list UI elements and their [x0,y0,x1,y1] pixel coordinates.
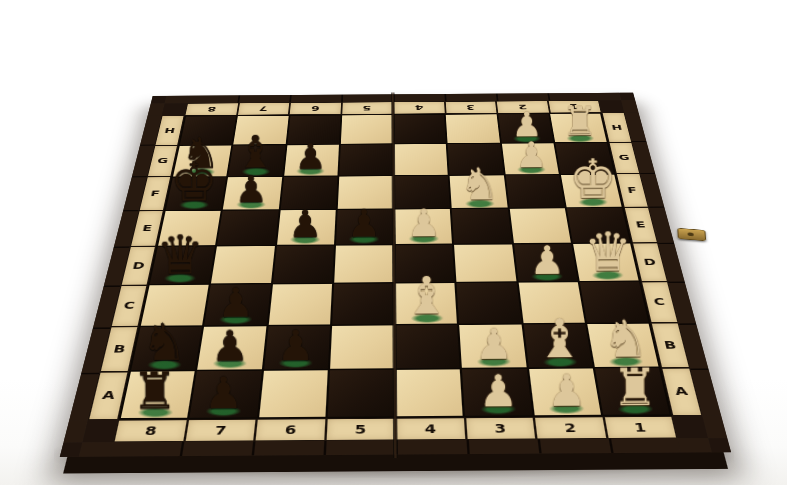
square-f8[interactable]: ♚ [165,177,226,210]
felt-base [179,201,208,210]
black-knight-b8[interactable]: ♞ [140,318,186,367]
white-pawn-a3[interactable]: ♟ [478,370,518,412]
white-pawn-a2[interactable]: ♟ [546,370,586,412]
felt-base [236,200,265,209]
square-c4[interactable]: ♝ [395,283,457,323]
black-pawn-f7[interactable]: ♟ [234,172,267,207]
square-h3[interactable] [445,114,499,143]
white-bishop-c4[interactable]: ♝ [402,272,448,321]
felt-base [408,234,438,243]
black-pawn-e6[interactable]: ♟ [288,206,322,242]
square-h4[interactable] [393,114,445,143]
felt-base [566,134,593,142]
felt-base [464,199,493,208]
rank-label-7: 7 [183,419,256,442]
black-pawn-g6[interactable]: ♟ [294,140,326,174]
felt-base [517,165,545,174]
chessboard-perspective-wrap: 87654321 HGFEDCBA ♟♜♞♝♟♟♚♟♞♚♟♟♟♛♟♛♟♝♞♟♟♟… [112,0,676,485]
square-d8[interactable]: ♛ [149,246,214,284]
felt-base [549,404,584,415]
felt-base [349,235,379,244]
square-a4[interactable] [395,369,462,416]
square-b7[interactable]: ♟ [197,326,266,370]
rank-label-7: 7 [236,102,289,115]
square-f7[interactable]: ♟ [223,176,282,209]
felt-base [296,167,324,176]
chessboard-3d: 87654321 HGFEDCBA ♟♜♞♝♟♟♚♟♞♚♟♟♟♛♟♛♟♝♞♟♟♟… [59,92,730,456]
square-d3[interactable] [454,244,516,281]
rank-label-6: 6 [288,102,341,115]
rank-label-1: 1 [602,416,676,439]
felt-base [480,404,515,415]
square-d2[interactable]: ♟ [513,244,577,281]
felt-base [410,313,442,323]
rank-label-3: 3 [464,417,536,440]
felt-base [531,271,562,281]
white-pawn-d2[interactable]: ♟ [529,241,564,279]
square-a7[interactable]: ♟ [189,370,260,417]
brass-clasp-icon[interactable] [677,227,706,240]
white-pawn-g2[interactable]: ♟ [515,138,547,172]
square-f3[interactable]: ♞ [449,175,506,208]
square-f1[interactable]: ♚ [560,174,621,207]
rank-label-8: 8 [184,103,238,116]
white-knight-f3[interactable]: ♞ [459,163,499,205]
black-bishop-g7[interactable]: ♝ [235,131,275,174]
frame-corner [708,438,731,452]
square-c5[interactable] [331,283,393,323]
square-e5[interactable]: ♟ [335,209,392,244]
square-g6[interactable]: ♟ [283,145,338,176]
white-pawn-b3[interactable]: ♟ [474,324,512,364]
square-h5[interactable] [340,115,392,144]
label-corner [161,103,186,116]
white-king-f1[interactable]: ♚ [569,153,618,205]
square-d7[interactable] [211,246,274,284]
frame-front-edge [677,438,711,452]
rank-label-8: 8 [113,419,187,442]
square-a8[interactable]: ♜ [120,371,194,418]
square-d1[interactable]: ♛ [572,243,638,280]
frame-corner [619,92,635,100]
rank-label-2: 2 [533,416,606,439]
black-pawn-c7[interactable]: ♟ [217,283,254,322]
square-e6[interactable]: ♟ [276,210,335,245]
square-c6[interactable] [268,284,332,324]
square-e7[interactable] [217,210,278,245]
square-g5[interactable] [339,144,392,175]
rank-label-6: 6 [254,418,326,441]
felt-base [593,271,624,281]
black-pawn-e5[interactable]: ♟ [347,206,381,242]
white-bishop-b2[interactable]: ♝ [535,313,583,364]
white-rook-h1[interactable]: ♜ [562,102,598,140]
felt-base [290,235,320,244]
square-c3[interactable] [456,283,520,323]
square-a3[interactable]: ♟ [462,368,532,415]
rank-label-4: 4 [393,101,445,114]
felt-base [137,407,172,418]
frame-back-edge [597,93,621,101]
white-knight-b1[interactable]: ♞ [602,315,648,364]
felt-base [205,406,240,417]
frame-corner [150,96,166,104]
board-face: 87654321 HGFEDCBA ♟♜♞♝♟♟♚♟♞♚♟♟♟♛♟♛♟♝♞♟♟♟… [59,92,730,456]
rank-label-5: 5 [324,418,395,441]
felt-base [579,198,608,207]
black-queen-d8[interactable]: ♛ [155,230,204,281]
label-corner [82,420,118,443]
rank-label-4: 4 [395,417,466,440]
photo-stage: 87654321 HGFEDCBA ♟♜♞♝♟♟♚♟♞♚♟♟♟♛♟♛♟♝♞♟♟♟… [0,0,787,485]
square-b2[interactable]: ♝ [523,323,592,366]
frame-back-edge [164,96,188,104]
white-pawn-e4[interactable]: ♟ [406,205,440,241]
square-a1[interactable]: ♜ [594,368,669,415]
white-rook-a1[interactable]: ♜ [612,363,658,412]
board-grid: ♟♜♞♝♟♟♚♟♞♚♟♟♟♛♟♛♟♝♞♟♟♟♝♞♜♟♟♟♜ [118,112,672,419]
square-e3[interactable] [451,208,510,243]
felt-base [279,358,313,368]
square-b6[interactable]: ♟ [263,325,329,369]
frame-front-edge [78,442,112,456]
black-pawn-a7[interactable]: ♟ [203,372,243,414]
square-e4[interactable]: ♟ [394,209,451,244]
rank-label-3: 3 [444,101,497,114]
square-b3[interactable]: ♟ [459,324,526,367]
square-c7[interactable]: ♟ [204,284,270,324]
square-h1[interactable]: ♜ [549,113,606,142]
felt-base [618,403,653,414]
square-d5[interactable] [333,245,392,283]
black-pawn-b7[interactable]: ♟ [210,326,248,366]
black-pawn-b6[interactable]: ♟ [276,326,314,366]
square-d6[interactable] [272,245,333,283]
square-a6[interactable] [258,370,327,417]
square-g4[interactable] [394,144,448,175]
label-corner [598,100,624,112]
rank-label-5: 5 [340,102,392,115]
square-b5[interactable] [329,325,393,368]
black-king-f8[interactable]: ♚ [169,156,218,208]
square-g2[interactable]: ♟ [501,143,558,174]
square-a5[interactable] [327,369,394,416]
frame-right-edge [621,100,638,112]
felt-base [164,274,195,284]
black-rook-a8[interactable]: ♜ [131,366,177,415]
white-queen-d1[interactable]: ♛ [584,227,633,278]
square-b4[interactable] [395,324,459,367]
square-a2[interactable]: ♟ [528,368,600,415]
square-f2[interactable] [505,174,564,207]
